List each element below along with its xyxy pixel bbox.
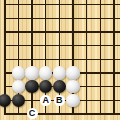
- intersection[interactable]: [80, 107, 94, 120]
- intersection[interactable]: [66, 80, 80, 94]
- white-stone: [12, 66, 25, 79]
- intersection[interactable]: [53, 66, 67, 80]
- intersection[interactable]: [0, 25, 12, 39]
- white-stone: [66, 94, 79, 107]
- intersection[interactable]: [93, 66, 107, 80]
- intersection[interactable]: [53, 25, 67, 39]
- intersection[interactable]: [0, 80, 12, 94]
- move-label-c[interactable]: C: [27, 108, 38, 119]
- board-grid: ABC: [0, 0, 120, 120]
- intersection[interactable]: [93, 93, 107, 107]
- intersection[interactable]: [0, 107, 12, 120]
- intersection[interactable]: [12, 93, 26, 107]
- intersection[interactable]: [12, 66, 26, 80]
- intersection[interactable]: [39, 66, 53, 80]
- intersection[interactable]: [66, 107, 80, 120]
- black-stone: [0, 94, 11, 107]
- intersection[interactable]: [107, 80, 120, 94]
- intersection[interactable]: [25, 93, 39, 107]
- intersection[interactable]: [66, 66, 80, 80]
- intersection[interactable]: [66, 0, 80, 12]
- intersection[interactable]: [39, 25, 53, 39]
- intersection[interactable]: [39, 12, 53, 26]
- move-label-a[interactable]: A: [40, 95, 51, 106]
- intersection[interactable]: [12, 53, 26, 67]
- white-stone: [25, 66, 38, 79]
- intersection[interactable]: [0, 0, 12, 12]
- intersection[interactable]: [66, 25, 80, 39]
- intersection[interactable]: [107, 12, 120, 26]
- white-stone: [66, 66, 79, 79]
- intersection[interactable]: [80, 66, 94, 80]
- intersection[interactable]: [93, 25, 107, 39]
- intersection[interactable]: [107, 53, 120, 67]
- intersection[interactable]: [93, 107, 107, 120]
- intersection[interactable]: [107, 39, 120, 53]
- intersection[interactable]: [25, 12, 39, 26]
- intersection[interactable]: [53, 53, 67, 67]
- white-stone: [53, 66, 66, 79]
- intersection[interactable]: [39, 107, 53, 120]
- intersection[interactable]: [66, 93, 80, 107]
- intersection[interactable]: [66, 53, 80, 67]
- black-stone: [39, 80, 52, 93]
- intersection[interactable]: [107, 25, 120, 39]
- intersection[interactable]: A: [39, 93, 53, 107]
- intersection[interactable]: B: [53, 93, 67, 107]
- intersection[interactable]: [66, 39, 80, 53]
- intersection[interactable]: [107, 107, 120, 120]
- intersection[interactable]: [107, 93, 120, 107]
- intersection[interactable]: [12, 12, 26, 26]
- intersection[interactable]: [25, 0, 39, 12]
- intersection[interactable]: [0, 93, 12, 107]
- intersection[interactable]: [12, 107, 26, 120]
- intersection[interactable]: [107, 66, 120, 80]
- intersection[interactable]: [80, 80, 94, 94]
- intersection[interactable]: [39, 80, 53, 94]
- white-stone: [39, 66, 52, 79]
- intersection[interactable]: [93, 12, 107, 26]
- intersection[interactable]: [12, 25, 26, 39]
- intersection[interactable]: [25, 39, 39, 53]
- intersection[interactable]: [66, 12, 80, 26]
- intersection[interactable]: [39, 53, 53, 67]
- intersection[interactable]: [53, 12, 67, 26]
- intersection[interactable]: [25, 53, 39, 67]
- move-label-b[interactable]: B: [54, 95, 65, 106]
- white-stone: [66, 80, 79, 93]
- black-stone: [53, 80, 66, 93]
- screenshot: ABC: [0, 0, 120, 120]
- intersection[interactable]: [0, 53, 12, 67]
- intersection[interactable]: [0, 12, 12, 26]
- intersection[interactable]: [93, 0, 107, 12]
- intersection[interactable]: [80, 25, 94, 39]
- intersection[interactable]: [12, 39, 26, 53]
- intersection[interactable]: [12, 80, 26, 94]
- intersection[interactable]: [53, 39, 67, 53]
- go-board: ABC: [0, 0, 120, 120]
- white-stone: [12, 80, 25, 93]
- intersection[interactable]: [53, 107, 67, 120]
- intersection[interactable]: [25, 25, 39, 39]
- black-stone: [25, 80, 38, 93]
- intersection[interactable]: [25, 66, 39, 80]
- intersection[interactable]: [53, 80, 67, 94]
- intersection[interactable]: [0, 39, 12, 53]
- intersection[interactable]: [39, 0, 53, 12]
- intersection[interactable]: [107, 0, 120, 12]
- intersection[interactable]: [93, 80, 107, 94]
- intersection[interactable]: C: [25, 107, 39, 120]
- intersection[interactable]: [80, 0, 94, 12]
- intersection[interactable]: [25, 80, 39, 94]
- intersection[interactable]: [12, 0, 26, 12]
- intersection[interactable]: [53, 0, 67, 12]
- intersection[interactable]: [80, 39, 94, 53]
- intersection[interactable]: [0, 66, 12, 80]
- intersection[interactable]: [93, 53, 107, 67]
- intersection[interactable]: [93, 39, 107, 53]
- intersection[interactable]: [80, 93, 94, 107]
- intersection[interactable]: [80, 12, 94, 26]
- intersection[interactable]: [39, 39, 53, 53]
- black-stone: [12, 94, 25, 107]
- intersection[interactable]: [80, 53, 94, 67]
